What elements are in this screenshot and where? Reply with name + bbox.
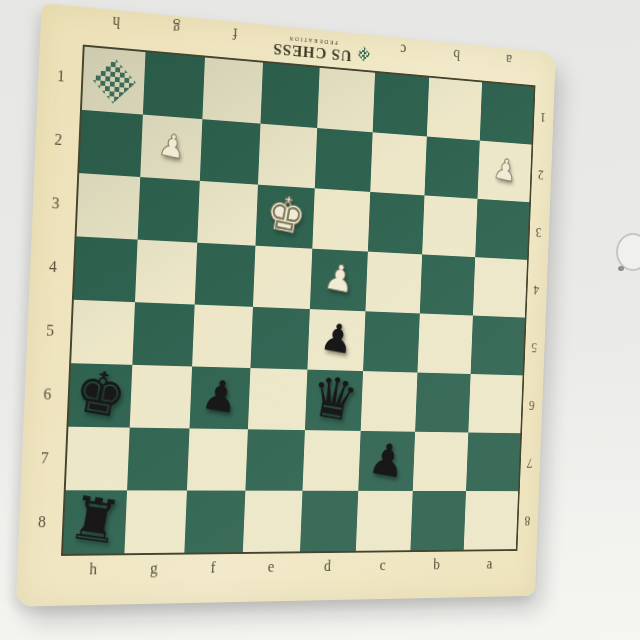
square-h2 [79, 110, 143, 177]
square-h3 [77, 173, 141, 239]
square-g7 [127, 428, 189, 491]
square-d2 [315, 128, 373, 192]
square-d7 [302, 430, 360, 491]
square-c8 [356, 491, 413, 551]
square-c6 [361, 371, 418, 432]
black-rook-h8: ♜ [65, 487, 126, 553]
square-d3 [312, 188, 370, 251]
square-d6: ♛ [305, 370, 363, 431]
square-h8: ♜ [63, 490, 127, 554]
square-b5 [417, 313, 472, 374]
us-chess-logo-icon [356, 46, 370, 62]
file-label-top-h: h [85, 7, 148, 52]
file-label-bottom-e: e [241, 551, 300, 602]
rank-label-left-5: 5 [26, 298, 74, 363]
black-pawn-f6: ♟ [199, 372, 242, 420]
square-f3 [197, 181, 258, 246]
rank-label-right-6: 6 [520, 375, 543, 433]
square-a3 [475, 199, 529, 260]
file-label-bottom-c: c [354, 550, 411, 599]
square-c5 [363, 311, 420, 372]
square-a2: ♟ [477, 141, 531, 203]
square-c4 [365, 252, 422, 314]
square-g2: ♟ [140, 115, 202, 181]
square-a7 [466, 432, 520, 491]
square-b1 [427, 78, 482, 141]
rank-label-left-6: 6 [23, 362, 71, 427]
black-pawn-c7: ♟ [366, 435, 409, 484]
square-e7 [245, 429, 305, 490]
square-f2 [200, 119, 261, 184]
rank-label-right-2: 2 [529, 145, 552, 204]
square-f5 [192, 305, 253, 369]
file-label-bottom-b: b [408, 550, 463, 599]
square-c1 [373, 73, 430, 137]
square-h4 [74, 236, 138, 302]
square-b8 [410, 491, 466, 550]
file-label-bottom-g: g [122, 553, 184, 605]
rank-label-left-3: 3 [32, 170, 80, 236]
rank-label-right-3: 3 [527, 202, 550, 261]
black-pawn-d5: ♟ [318, 316, 356, 360]
white-king-e3: ♚ [262, 187, 309, 242]
square-a4 [473, 257, 527, 317]
black-king-h6: ♚ [70, 360, 131, 427]
rank-label-left-7: 7 [21, 426, 69, 490]
square-g1 [143, 52, 205, 119]
photo-background: hgfcba 12345678 ♟♟♚♟♟♚♟♛♟♜ 12345678 hgfe… [0, 0, 640, 640]
square-a5 [471, 316, 525, 376]
square-b7 [413, 432, 469, 491]
square-f1 [202, 57, 263, 123]
rank-label-right-7: 7 [518, 433, 541, 491]
square-g3 [138, 177, 200, 243]
chess-mat: hgfcba 12345678 ♟♟♚♟♟♚♟♛♟♜ 12345678 hgfe… [16, 3, 556, 607]
white-pawn-a2: ♟ [491, 153, 519, 187]
square-f7 [187, 428, 248, 490]
square-h6: ♚ [68, 363, 132, 427]
square-h7 [66, 427, 130, 491]
square-b2 [424, 136, 479, 198]
square-e3: ♚ [255, 185, 314, 249]
square-g8 [124, 490, 187, 553]
square-e6 [248, 368, 307, 430]
rank-label-right-8: 8 [516, 491, 539, 549]
rank-label-left-8: 8 [18, 490, 66, 554]
square-e2 [258, 124, 317, 189]
chess-board: ♟♟♚♟♟♚♟♛♟♜ [63, 47, 534, 554]
square-a1 [480, 82, 534, 144]
square-g5 [132, 302, 194, 366]
square-a6 [468, 374, 522, 433]
square-e4 [253, 246, 312, 309]
square-c3 [368, 192, 425, 254]
square-d1 [317, 68, 375, 133]
file-label-top-b: b [429, 41, 483, 83]
square-d4: ♟ [310, 249, 368, 312]
file-label-bottom-f: f [182, 552, 243, 603]
square-a8 [464, 491, 518, 550]
white-pawn-d4: ♟ [322, 258, 357, 299]
file-labels-bottom: hgfedcba [61, 549, 516, 606]
square-g6 [130, 365, 192, 429]
square-g4 [135, 240, 197, 305]
square-d8 [300, 491, 358, 552]
square-e8 [243, 491, 303, 552]
square-f8 [184, 491, 245, 553]
square-b3 [422, 195, 477, 257]
square-f4 [195, 243, 256, 307]
square-b6 [415, 373, 471, 433]
file-label-top-g: g [146, 13, 207, 57]
file-label-top-a: a [482, 46, 535, 87]
black-queen-d6: ♛ [307, 367, 363, 431]
rank-label-left-4: 4 [29, 234, 77, 300]
rank-label-left-1: 1 [37, 43, 84, 110]
square-e5 [250, 307, 309, 370]
off-board-speck [618, 266, 624, 271]
file-label-bottom-d: d [298, 551, 356, 601]
rank-label-right-5: 5 [523, 318, 546, 376]
square-e1 [260, 63, 319, 128]
brand-name: US CHESS [272, 41, 351, 64]
file-label-bottom-h: h [61, 553, 125, 605]
square-c7: ♟ [358, 431, 415, 491]
square-c2 [370, 132, 427, 195]
rank-label-right-4: 4 [525, 260, 548, 319]
white-pawn-g2: ♟ [156, 128, 188, 164]
rank-label-left-2: 2 [34, 106, 81, 173]
square-f6: ♟ [190, 366, 251, 429]
square-b4 [420, 254, 475, 315]
file-label-bottom-a: a [462, 549, 516, 597]
rank-label-right-1: 1 [532, 87, 555, 146]
